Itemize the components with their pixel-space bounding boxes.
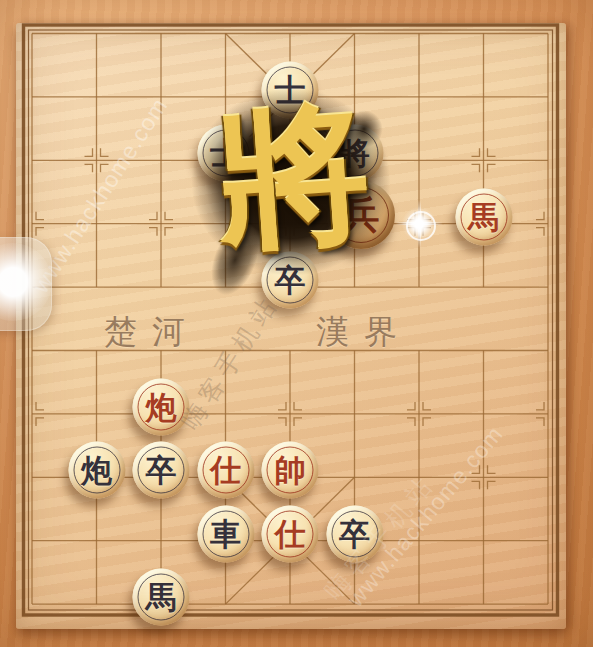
piece-red-horse[interactable]: 馬 — [455, 188, 512, 245]
piece-red-general[interactable]: 帥 — [262, 442, 319, 499]
river-label-right: 漢界 — [316, 312, 412, 352]
river-label-left: 楚河 — [104, 312, 200, 352]
piece-red-advisor[interactable]: 仕 — [262, 505, 319, 562]
piece-black-soldier[interactable]: 卒 — [262, 252, 319, 309]
piece-character: 車 — [210, 518, 241, 549]
xiangqi-game-screen: { "game": { "name": "Xiangqi (Chinese Ch… — [0, 0, 593, 647]
piece-black-advisor[interactable]: 士 — [197, 125, 254, 182]
piece-black-horse[interactable]: 馬 — [133, 569, 190, 626]
piece-character: 兵 — [342, 196, 380, 234]
piece-character: 士 — [210, 138, 241, 169]
piece-character: 將 — [339, 138, 370, 169]
piece-character: 馬 — [468, 201, 499, 232]
piece-character: 士 — [275, 74, 306, 105]
piece-character: 馬 — [146, 582, 177, 613]
piece-red-cannon[interactable]: 炮 — [133, 378, 190, 435]
piece-black-general[interactable]: 將 — [326, 125, 383, 182]
piece-character: 帥 — [275, 455, 306, 486]
piece-black-cannon[interactable]: 炮 — [68, 442, 125, 499]
piece-character: 炮 — [81, 455, 112, 486]
piece-black-advisor[interactable]: 士 — [262, 61, 319, 118]
piece-character: 卒 — [275, 265, 306, 296]
piece-black-chariot[interactable]: 車 — [197, 505, 254, 562]
piece-red-advisor[interactable]: 仕 — [197, 442, 254, 499]
piece-black-soldier[interactable]: 卒 — [133, 442, 190, 499]
piece-character: 仕 — [275, 518, 306, 549]
piece-character: 卒 — [339, 518, 370, 549]
piece-red-soldier[interactable]: 兵 — [327, 181, 395, 249]
piece-black-soldier[interactable]: 卒 — [326, 505, 383, 562]
piece-character: 仕 — [210, 455, 241, 486]
piece-character: 炮 — [146, 391, 177, 422]
piece-character: 卒 — [146, 455, 177, 486]
